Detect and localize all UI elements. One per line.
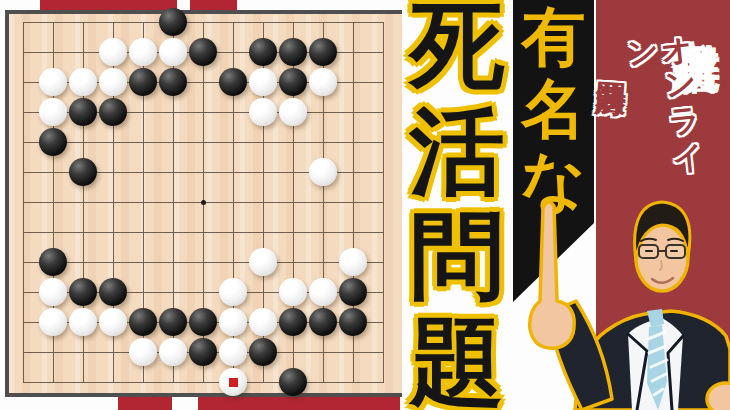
white-stone — [159, 38, 187, 66]
go-board — [5, 10, 402, 397]
headline-char: 死 — [400, 0, 514, 95]
white-stone — [39, 278, 67, 306]
backdrop-stripe — [198, 396, 400, 410]
white-stone — [339, 248, 367, 276]
black-stone — [249, 338, 277, 366]
white-stone — [39, 308, 67, 336]
headline-shikatsu-mondai: 死 活 問 題 — [400, 0, 514, 410]
black-stone — [309, 38, 337, 66]
black-stone — [279, 68, 307, 96]
black-stone — [249, 38, 277, 66]
pointing-hand — [530, 202, 574, 348]
black-stone — [279, 308, 307, 336]
banner-char: 有 — [522, 2, 586, 74]
video-thumbnail: 死 活 問 題 有 名 な 棋譜解説付き オンライン 囲碁対決 — [0, 0, 730, 410]
white-stone — [309, 278, 337, 306]
black-stone — [39, 128, 67, 156]
black-stone — [69, 158, 97, 186]
white-stone — [309, 158, 337, 186]
black-stone — [189, 338, 217, 366]
black-stone — [279, 38, 307, 66]
white-stone — [279, 278, 307, 306]
black-stone — [219, 68, 247, 96]
banner-char: 名 — [522, 74, 586, 146]
white-stone — [219, 278, 247, 306]
white-stone — [39, 68, 67, 96]
white-stone — [99, 68, 127, 96]
black-stone — [159, 68, 187, 96]
last-move-marker — [229, 378, 238, 387]
headline-char: 問 — [400, 207, 514, 306]
white-stone — [219, 308, 247, 336]
white-stone — [129, 338, 157, 366]
black-stone — [339, 278, 367, 306]
black-stone — [129, 308, 157, 336]
black-stone — [339, 308, 367, 336]
headline-char: 題 — [400, 313, 514, 410]
black-stone — [69, 278, 97, 306]
white-stone — [249, 308, 277, 336]
white-stone — [69, 308, 97, 336]
headline-char: 活 — [400, 102, 514, 201]
white-stone — [129, 38, 157, 66]
black-stone — [39, 248, 67, 276]
black-stone — [159, 8, 187, 36]
black-stone — [129, 68, 157, 96]
white-stone — [99, 308, 127, 336]
backdrop-stripe — [118, 396, 172, 410]
white-stone — [249, 98, 277, 126]
black-stone — [159, 308, 187, 336]
black-stone — [99, 278, 127, 306]
black-stone — [99, 98, 127, 126]
white-stone — [69, 68, 97, 96]
presenter-photo — [520, 183, 730, 410]
black-stone — [69, 98, 97, 126]
white-stone — [219, 338, 247, 366]
white-stone — [279, 98, 307, 126]
black-stone — [189, 38, 217, 66]
black-stone — [279, 368, 307, 396]
white-stone — [249, 68, 277, 96]
white-stone — [99, 38, 127, 66]
black-stone — [309, 308, 337, 336]
white-stone — [219, 368, 247, 396]
white-stone — [249, 248, 277, 276]
black-stone — [189, 308, 217, 336]
white-stone — [39, 98, 67, 126]
white-stone — [159, 338, 187, 366]
white-stone — [309, 68, 337, 96]
center-star-point — [201, 200, 206, 205]
